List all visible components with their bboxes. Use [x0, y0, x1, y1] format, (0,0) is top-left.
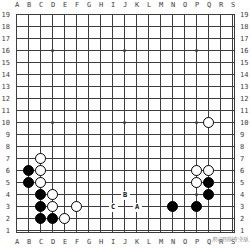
intersection-B13[interactable]: [23, 81, 35, 93]
intersection-C13[interactable]: [35, 81, 47, 93]
intersection-R18[interactable]: [215, 21, 227, 33]
intersection-S12[interactable]: [227, 93, 239, 105]
intersection-N6[interactable]: [167, 165, 179, 177]
intersection-I6[interactable]: [107, 165, 119, 177]
intersection-N2[interactable]: [167, 213, 179, 225]
intersection-J15[interactable]: [119, 57, 131, 69]
intersection-M17[interactable]: [155, 33, 167, 45]
intersection-R7[interactable]: [215, 153, 227, 165]
intersection-G11[interactable]: [83, 105, 95, 117]
intersection-L6[interactable]: [143, 165, 155, 177]
intersection-M13[interactable]: [155, 81, 167, 93]
intersection-I7[interactable]: [107, 153, 119, 165]
intersection-O7[interactable]: [179, 153, 191, 165]
intersection-J5[interactable]: [119, 177, 131, 189]
intersection-O3[interactable]: [179, 201, 191, 213]
intersection-P13[interactable]: [191, 81, 203, 93]
intersection-L10[interactable]: [143, 117, 155, 129]
intersection-E8[interactable]: [59, 141, 71, 153]
intersection-R3[interactable]: [215, 201, 227, 213]
intersection-F15[interactable]: [71, 57, 83, 69]
intersection-B18[interactable]: [23, 21, 35, 33]
intersection-B11[interactable]: [23, 105, 35, 117]
intersection-C6[interactable]: [35, 165, 47, 177]
intersection-D2[interactable]: [47, 213, 59, 225]
intersection-F17[interactable]: [71, 33, 83, 45]
intersection-C10[interactable]: [35, 117, 47, 129]
intersection-K16[interactable]: [131, 45, 143, 57]
intersection-K12[interactable]: [131, 93, 143, 105]
intersection-E14[interactable]: [59, 69, 71, 81]
intersection-G8[interactable]: [83, 141, 95, 153]
intersection-K9[interactable]: [131, 129, 143, 141]
intersection-E5[interactable]: [59, 177, 71, 189]
intersection-Q4[interactable]: [203, 189, 215, 201]
intersection-Q5[interactable]: [203, 177, 215, 189]
intersection-J10[interactable]: [119, 117, 131, 129]
intersection-F4[interactable]: [71, 189, 83, 201]
intersection-N10[interactable]: [167, 117, 179, 129]
intersection-A6[interactable]: [11, 165, 23, 177]
intersection-G18[interactable]: [83, 21, 95, 33]
intersection-C3[interactable]: [35, 201, 47, 213]
intersection-O4[interactable]: [179, 189, 191, 201]
intersection-J4[interactable]: B: [119, 189, 131, 201]
intersection-F3[interactable]: [71, 201, 83, 213]
choice-label-B[interactable]: B: [121, 191, 130, 200]
intersection-I13[interactable]: [107, 81, 119, 93]
intersection-G13[interactable]: [83, 81, 95, 93]
intersection-P14[interactable]: [191, 69, 203, 81]
intersection-B6[interactable]: [23, 165, 35, 177]
intersection-R5[interactable]: [215, 177, 227, 189]
intersection-N5[interactable]: [167, 177, 179, 189]
intersection-F6[interactable]: [71, 165, 83, 177]
intersection-B5[interactable]: [23, 177, 35, 189]
intersection-C14[interactable]: [35, 69, 47, 81]
intersection-K19[interactable]: [131, 9, 143, 21]
intersection-D13[interactable]: [47, 81, 59, 93]
intersection-Q9[interactable]: [203, 129, 215, 141]
intersection-P19[interactable]: [191, 9, 203, 21]
intersection-A14[interactable]: [11, 69, 23, 81]
intersection-O13[interactable]: [179, 81, 191, 93]
intersection-N18[interactable]: [167, 21, 179, 33]
intersection-P11[interactable]: [191, 105, 203, 117]
intersection-M2[interactable]: [155, 213, 167, 225]
intersection-C16[interactable]: [35, 45, 47, 57]
intersection-N3[interactable]: [167, 201, 179, 213]
intersection-E15[interactable]: [59, 57, 71, 69]
intersection-D18[interactable]: [47, 21, 59, 33]
intersection-E10[interactable]: [59, 117, 71, 129]
intersection-L15[interactable]: [143, 57, 155, 69]
intersection-N4[interactable]: [167, 189, 179, 201]
intersection-H16[interactable]: [95, 45, 107, 57]
intersection-H13[interactable]: [95, 81, 107, 93]
intersection-D16[interactable]: [47, 45, 59, 57]
intersection-L3[interactable]: [143, 201, 155, 213]
intersection-O6[interactable]: [179, 165, 191, 177]
intersection-P1[interactable]: [191, 225, 203, 237]
intersection-E12[interactable]: [59, 93, 71, 105]
intersection-E11[interactable]: [59, 105, 71, 117]
intersection-D17[interactable]: [47, 33, 59, 45]
intersection-K10[interactable]: [131, 117, 143, 129]
intersection-Q3[interactable]: [203, 201, 215, 213]
intersection-B7[interactable]: [23, 153, 35, 165]
intersection-E19[interactable]: [59, 9, 71, 21]
intersection-J18[interactable]: [119, 21, 131, 33]
intersection-P17[interactable]: [191, 33, 203, 45]
intersection-O1[interactable]: [179, 225, 191, 237]
intersection-K13[interactable]: [131, 81, 143, 93]
intersection-C19[interactable]: [35, 9, 47, 21]
intersection-L11[interactable]: [143, 105, 155, 117]
intersection-M5[interactable]: [155, 177, 167, 189]
intersection-S4[interactable]: [227, 189, 239, 201]
intersection-L4[interactable]: [143, 189, 155, 201]
intersection-I19[interactable]: [107, 9, 119, 21]
intersection-I8[interactable]: [107, 141, 119, 153]
intersection-B10[interactable]: [23, 117, 35, 129]
intersection-J8[interactable]: [119, 141, 131, 153]
intersection-L16[interactable]: [143, 45, 155, 57]
intersection-K6[interactable]: [131, 165, 143, 177]
intersection-R12[interactable]: [215, 93, 227, 105]
intersection-F2[interactable]: [71, 213, 83, 225]
intersection-S2[interactable]: [227, 213, 239, 225]
intersection-H15[interactable]: [95, 57, 107, 69]
intersection-I15[interactable]: [107, 57, 119, 69]
intersection-G2[interactable]: [83, 213, 95, 225]
intersection-A7[interactable]: [11, 153, 23, 165]
intersection-S19[interactable]: [227, 9, 239, 21]
intersection-G7[interactable]: [83, 153, 95, 165]
intersection-L17[interactable]: [143, 33, 155, 45]
intersection-M15[interactable]: [155, 57, 167, 69]
intersection-E2[interactable]: [59, 213, 71, 225]
intersection-O19[interactable]: [179, 9, 191, 21]
intersection-G12[interactable]: [83, 93, 95, 105]
intersection-A19[interactable]: [11, 9, 23, 21]
intersection-C17[interactable]: [35, 33, 47, 45]
intersection-K15[interactable]: [131, 57, 143, 69]
intersection-G16[interactable]: [83, 45, 95, 57]
intersection-P8[interactable]: [191, 141, 203, 153]
intersection-C1[interactable]: [35, 225, 47, 237]
intersection-S8[interactable]: [227, 141, 239, 153]
intersection-R17[interactable]: [215, 33, 227, 45]
intersection-J3[interactable]: [119, 201, 131, 213]
intersection-E13[interactable]: [59, 81, 71, 93]
intersection-I2[interactable]: [107, 213, 119, 225]
intersection-E7[interactable]: [59, 153, 71, 165]
intersection-S15[interactable]: [227, 57, 239, 69]
intersection-S17[interactable]: [227, 33, 239, 45]
intersection-L8[interactable]: [143, 141, 155, 153]
intersection-S6[interactable]: [227, 165, 239, 177]
intersection-F8[interactable]: [71, 141, 83, 153]
intersection-N12[interactable]: [167, 93, 179, 105]
intersection-E16[interactable]: [59, 45, 71, 57]
intersection-L19[interactable]: [143, 9, 155, 21]
intersection-S11[interactable]: [227, 105, 239, 117]
intersection-H1[interactable]: [95, 225, 107, 237]
intersection-J19[interactable]: [119, 9, 131, 21]
intersection-H18[interactable]: [95, 21, 107, 33]
intersection-Q17[interactable]: [203, 33, 215, 45]
intersection-S3[interactable]: [227, 201, 239, 213]
intersection-J7[interactable]: [119, 153, 131, 165]
intersection-H12[interactable]: [95, 93, 107, 105]
intersection-A5[interactable]: [11, 177, 23, 189]
intersection-D19[interactable]: [47, 9, 59, 21]
intersection-I16[interactable]: [107, 45, 119, 57]
intersection-A1[interactable]: [11, 225, 23, 237]
intersection-K11[interactable]: [131, 105, 143, 117]
intersection-F12[interactable]: [71, 93, 83, 105]
intersection-G5[interactable]: [83, 177, 95, 189]
intersection-D4[interactable]: [47, 189, 59, 201]
intersection-R16[interactable]: [215, 45, 227, 57]
intersection-N8[interactable]: [167, 141, 179, 153]
intersection-H10[interactable]: [95, 117, 107, 129]
intersection-O12[interactable]: [179, 93, 191, 105]
intersection-H14[interactable]: [95, 69, 107, 81]
intersection-B4[interactable]: [23, 189, 35, 201]
intersection-K8[interactable]: [131, 141, 143, 153]
intersection-B3[interactable]: [23, 201, 35, 213]
intersection-R13[interactable]: [215, 81, 227, 93]
intersection-I5[interactable]: [107, 177, 119, 189]
intersection-F14[interactable]: [71, 69, 83, 81]
intersection-I12[interactable]: [107, 93, 119, 105]
intersection-M12[interactable]: [155, 93, 167, 105]
intersection-D15[interactable]: [47, 57, 59, 69]
intersection-A10[interactable]: [11, 117, 23, 129]
intersection-F5[interactable]: [71, 177, 83, 189]
intersection-Q12[interactable]: [203, 93, 215, 105]
intersection-F7[interactable]: [71, 153, 83, 165]
intersection-O18[interactable]: [179, 21, 191, 33]
intersection-N15[interactable]: [167, 57, 179, 69]
intersection-M6[interactable]: [155, 165, 167, 177]
intersection-G6[interactable]: [83, 165, 95, 177]
intersection-Q2[interactable]: [203, 213, 215, 225]
intersection-S5[interactable]: [227, 177, 239, 189]
intersection-K5[interactable]: [131, 177, 143, 189]
intersection-C2[interactable]: [35, 213, 47, 225]
intersection-E18[interactable]: [59, 21, 71, 33]
intersection-L14[interactable]: [143, 69, 155, 81]
intersection-G1[interactable]: [83, 225, 95, 237]
intersection-M4[interactable]: [155, 189, 167, 201]
intersection-G19[interactable]: [83, 9, 95, 21]
intersection-I14[interactable]: [107, 69, 119, 81]
intersection-R6[interactable]: [215, 165, 227, 177]
intersection-G17[interactable]: [83, 33, 95, 45]
intersection-A4[interactable]: [11, 189, 23, 201]
intersection-O5[interactable]: [179, 177, 191, 189]
intersection-N19[interactable]: [167, 9, 179, 21]
choice-label-A[interactable]: A: [133, 203, 142, 212]
intersection-J9[interactable]: [119, 129, 131, 141]
intersection-B1[interactable]: [23, 225, 35, 237]
intersection-O10[interactable]: [179, 117, 191, 129]
intersection-D8[interactable]: [47, 141, 59, 153]
intersection-H7[interactable]: [95, 153, 107, 165]
intersection-D5[interactable]: [47, 177, 59, 189]
intersection-E17[interactable]: [59, 33, 71, 45]
intersection-B15[interactable]: [23, 57, 35, 69]
intersection-L12[interactable]: [143, 93, 155, 105]
intersection-H4[interactable]: [95, 189, 107, 201]
intersection-S10[interactable]: [227, 117, 239, 129]
intersection-F19[interactable]: [71, 9, 83, 21]
intersection-L13[interactable]: [143, 81, 155, 93]
intersection-A2[interactable]: [11, 213, 23, 225]
intersection-I10[interactable]: [107, 117, 119, 129]
intersection-G4[interactable]: [83, 189, 95, 201]
intersection-C9[interactable]: [35, 129, 47, 141]
intersection-Q14[interactable]: [203, 69, 215, 81]
intersection-S7[interactable]: [227, 153, 239, 165]
intersection-R14[interactable]: [215, 69, 227, 81]
intersection-D1[interactable]: [47, 225, 59, 237]
intersection-Q16[interactable]: [203, 45, 215, 57]
intersection-N11[interactable]: [167, 105, 179, 117]
intersection-L2[interactable]: [143, 213, 155, 225]
intersection-N9[interactable]: [167, 129, 179, 141]
intersection-N17[interactable]: [167, 33, 179, 45]
intersection-I18[interactable]: [107, 21, 119, 33]
intersection-A16[interactable]: [11, 45, 23, 57]
intersection-M3[interactable]: [155, 201, 167, 213]
intersection-A3[interactable]: [11, 201, 23, 213]
intersection-O14[interactable]: [179, 69, 191, 81]
intersection-P18[interactable]: [191, 21, 203, 33]
intersection-L9[interactable]: [143, 129, 155, 141]
intersection-A15[interactable]: [11, 57, 23, 69]
intersection-D11[interactable]: [47, 105, 59, 117]
intersection-E6[interactable]: [59, 165, 71, 177]
intersection-K14[interactable]: [131, 69, 143, 81]
intersection-D12[interactable]: [47, 93, 59, 105]
intersection-F13[interactable]: [71, 81, 83, 93]
intersection-M16[interactable]: [155, 45, 167, 57]
intersection-O16[interactable]: [179, 45, 191, 57]
intersection-K7[interactable]: [131, 153, 143, 165]
intersection-C4[interactable]: [35, 189, 47, 201]
intersection-H11[interactable]: [95, 105, 107, 117]
intersection-L1[interactable]: [143, 225, 155, 237]
intersection-F18[interactable]: [71, 21, 83, 33]
intersection-R10[interactable]: [215, 117, 227, 129]
intersection-H5[interactable]: [95, 177, 107, 189]
intersection-A9[interactable]: [11, 129, 23, 141]
intersection-L18[interactable]: [143, 21, 155, 33]
intersection-I11[interactable]: [107, 105, 119, 117]
intersection-O2[interactable]: [179, 213, 191, 225]
intersection-I17[interactable]: [107, 33, 119, 45]
intersection-J13[interactable]: [119, 81, 131, 93]
intersection-C15[interactable]: [35, 57, 47, 69]
intersection-A18[interactable]: [11, 21, 23, 33]
intersection-F11[interactable]: [71, 105, 83, 117]
intersection-R2[interactable]: [215, 213, 227, 225]
intersection-N13[interactable]: [167, 81, 179, 93]
intersection-J16[interactable]: [119, 45, 131, 57]
intersection-M18[interactable]: [155, 21, 167, 33]
intersection-K3[interactable]: A: [131, 201, 143, 213]
intersection-O17[interactable]: [179, 33, 191, 45]
intersection-G9[interactable]: [83, 129, 95, 141]
intersection-P7[interactable]: [191, 153, 203, 165]
intersection-M9[interactable]: [155, 129, 167, 141]
intersection-A17[interactable]: [11, 33, 23, 45]
intersection-L7[interactable]: [143, 153, 155, 165]
intersection-M11[interactable]: [155, 105, 167, 117]
intersection-F16[interactable]: [71, 45, 83, 57]
intersection-K18[interactable]: [131, 21, 143, 33]
intersection-A12[interactable]: [11, 93, 23, 105]
intersection-P10[interactable]: [191, 117, 203, 129]
intersection-C18[interactable]: [35, 21, 47, 33]
intersection-H17[interactable]: [95, 33, 107, 45]
intersection-Q13[interactable]: [203, 81, 215, 93]
intersection-Q8[interactable]: [203, 141, 215, 153]
intersection-I9[interactable]: [107, 129, 119, 141]
intersection-N1[interactable]: [167, 225, 179, 237]
intersection-N7[interactable]: [167, 153, 179, 165]
intersection-H3[interactable]: [95, 201, 107, 213]
intersection-E1[interactable]: [59, 225, 71, 237]
intersection-B16[interactable]: [23, 45, 35, 57]
intersection-M19[interactable]: [155, 9, 167, 21]
intersection-K2[interactable]: [131, 213, 143, 225]
intersection-S18[interactable]: [227, 21, 239, 33]
intersection-S13[interactable]: [227, 81, 239, 93]
intersection-D14[interactable]: [47, 69, 59, 81]
intersection-H9[interactable]: [95, 129, 107, 141]
intersection-P5[interactable]: [191, 177, 203, 189]
intersection-J14[interactable]: [119, 69, 131, 81]
intersection-B12[interactable]: [23, 93, 35, 105]
intersection-O15[interactable]: [179, 57, 191, 69]
intersection-E4[interactable]: [59, 189, 71, 201]
intersection-S14[interactable]: [227, 69, 239, 81]
intersection-Q11[interactable]: [203, 105, 215, 117]
intersection-I3[interactable]: C: [107, 201, 119, 213]
intersection-G3[interactable]: [83, 201, 95, 213]
intersection-H19[interactable]: [95, 9, 107, 21]
choice-label-C[interactable]: C: [109, 203, 118, 212]
intersection-M1[interactable]: [155, 225, 167, 237]
intersection-A11[interactable]: [11, 105, 23, 117]
intersection-J2[interactable]: [119, 213, 131, 225]
intersection-Q6[interactable]: [203, 165, 215, 177]
intersection-G15[interactable]: [83, 57, 95, 69]
intersection-B14[interactable]: [23, 69, 35, 81]
intersection-E9[interactable]: [59, 129, 71, 141]
intersection-C11[interactable]: [35, 105, 47, 117]
intersection-K1[interactable]: [131, 225, 143, 237]
intersection-H8[interactable]: [95, 141, 107, 153]
intersection-G14[interactable]: [83, 69, 95, 81]
intersection-B17[interactable]: [23, 33, 35, 45]
intersection-S16[interactable]: [227, 45, 239, 57]
